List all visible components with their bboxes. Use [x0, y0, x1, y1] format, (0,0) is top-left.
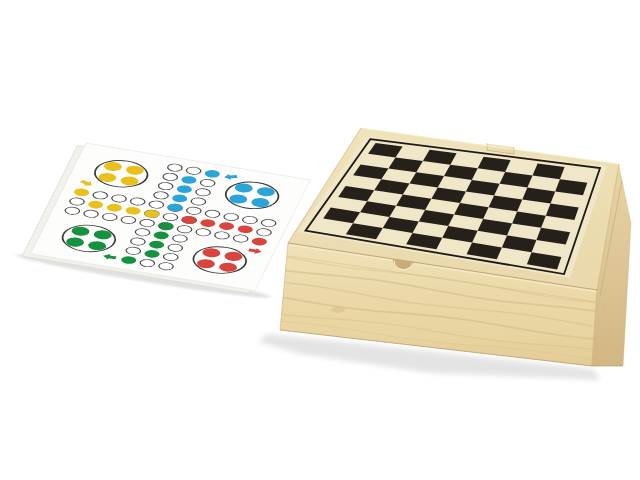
ludo-sheet-group [14, 141, 329, 302]
product-photo-stage [0, 0, 640, 480]
ludo-sheet [14, 141, 329, 302]
scene [0, 0, 640, 480]
